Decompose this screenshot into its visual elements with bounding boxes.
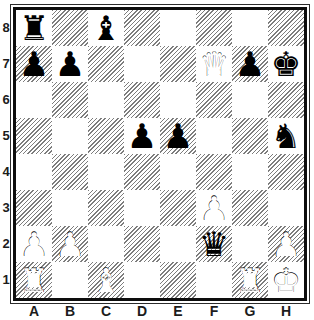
square-d6 xyxy=(124,82,160,118)
square-d5: ♟ xyxy=(124,118,160,154)
white-piece-fill-h2: ♟ xyxy=(271,227,300,262)
square-h5: ♞ xyxy=(268,118,304,154)
white-piece-fill-h1: ♚ xyxy=(271,263,300,298)
square-e2 xyxy=(160,226,196,262)
square-h7: ♚ xyxy=(268,46,304,82)
black-pawn-d5: ♟ xyxy=(127,118,157,154)
file-label-h: H xyxy=(268,303,304,320)
black-rook-a8: ♜ xyxy=(19,10,49,46)
square-d7 xyxy=(124,46,160,82)
square-g3 xyxy=(232,190,268,226)
square-h2: ♟♙ xyxy=(268,226,304,262)
square-f1 xyxy=(196,262,232,298)
square-f8 xyxy=(196,10,232,46)
square-h8 xyxy=(268,10,304,46)
file-label-e: E xyxy=(160,303,196,320)
square-c7 xyxy=(88,46,124,82)
square-a5 xyxy=(16,118,52,154)
square-e5: ♟ xyxy=(160,118,196,154)
square-f4 xyxy=(196,154,232,190)
square-c2 xyxy=(88,226,124,262)
file-label-c: C xyxy=(88,303,124,320)
square-g5 xyxy=(232,118,268,154)
square-b8 xyxy=(52,10,88,46)
square-b6 xyxy=(52,82,88,118)
square-f6 xyxy=(196,82,232,118)
black-pawn-e5: ♟ xyxy=(163,118,193,154)
square-a1: ♜♖ xyxy=(16,262,52,298)
square-b2: ♟♙ xyxy=(52,226,88,262)
square-a7: ♟ xyxy=(16,46,52,82)
file-label-d: D xyxy=(124,303,160,320)
square-g7: ♟ xyxy=(232,46,268,82)
square-f2: ♛ xyxy=(196,226,232,262)
square-h4 xyxy=(268,154,304,190)
square-a2: ♟♙ xyxy=(16,226,52,262)
square-g8 xyxy=(232,10,268,46)
square-e1 xyxy=(160,262,196,298)
square-g4 xyxy=(232,154,268,190)
square-c8: ♝ xyxy=(88,10,124,46)
file-label-a: A xyxy=(16,303,52,320)
file-label-f: F xyxy=(196,303,232,320)
white-piece-fill-a1: ♜ xyxy=(19,263,48,298)
square-c6 xyxy=(88,82,124,118)
square-d1 xyxy=(124,262,160,298)
square-c5 xyxy=(88,118,124,154)
square-b5 xyxy=(52,118,88,154)
file-label-g: G xyxy=(232,303,268,320)
square-e4 xyxy=(160,154,196,190)
white-piece-fill-b2: ♟ xyxy=(55,227,84,262)
white-piece-fill-f3: ♟ xyxy=(199,191,228,226)
white-piece-fill-a2: ♟ xyxy=(19,227,48,262)
square-g2 xyxy=(232,226,268,262)
white-piece-fill-f7: ♛ xyxy=(199,47,228,82)
square-g1: ♜♖ xyxy=(232,262,268,298)
file-label-b: B xyxy=(52,303,88,320)
square-e3 xyxy=(160,190,196,226)
square-a8: ♜ xyxy=(16,10,52,46)
square-d2 xyxy=(124,226,160,262)
square-e8 xyxy=(160,10,196,46)
black-bishop-c8: ♝ xyxy=(91,10,121,46)
file-labels: ABCDEFGH xyxy=(16,303,304,320)
square-a4 xyxy=(16,154,52,190)
square-b4 xyxy=(52,154,88,190)
black-queen-f2: ♛ xyxy=(199,226,229,262)
square-e7 xyxy=(160,46,196,82)
white-piece-fill-g1: ♜ xyxy=(235,263,264,298)
square-f7: ♛♕ xyxy=(196,46,232,82)
square-c4 xyxy=(88,154,124,190)
square-d8 xyxy=(124,10,160,46)
black-king-h7: ♚ xyxy=(271,46,301,82)
square-h6 xyxy=(268,82,304,118)
square-c3 xyxy=(88,190,124,226)
square-h3 xyxy=(268,190,304,226)
black-knight-h5: ♞ xyxy=(271,118,301,154)
square-b1 xyxy=(52,262,88,298)
board-grid: ♜♝♟♟♛♕♟♚♟♟♞♟♙♟♙♟♙♛♟♙♜♖♝♗♜♖♚♔ xyxy=(16,10,304,298)
square-a6 xyxy=(16,82,52,118)
board-inner-border: ♜♝♟♟♛♕♟♚♟♟♞♟♙♟♙♟♙♛♟♙♜♖♝♗♜♖♚♔ xyxy=(13,7,307,301)
square-a3 xyxy=(16,190,52,226)
square-e6 xyxy=(160,82,196,118)
black-pawn-b7: ♟ xyxy=(55,46,85,82)
square-h1: ♚♔ xyxy=(268,262,304,298)
chess-board: ♜♝♟♟♛♕♟♚♟♟♞♟♙♟♙♟♙♛♟♙♜♖♝♗♜♖♚♔ xyxy=(10,4,310,304)
square-d3 xyxy=(124,190,160,226)
square-b7: ♟ xyxy=(52,46,88,82)
square-f3: ♟♙ xyxy=(196,190,232,226)
black-pawn-a7: ♟ xyxy=(19,46,49,82)
square-g6 xyxy=(232,82,268,118)
chess-diagram: 87654321 ♜♝♟♟♛♕♟♚♟♟♞♟♙♟♙♟♙♛♟♙♜♖♝♗♜♖♚♔ AB… xyxy=(0,0,314,320)
square-f5 xyxy=(196,118,232,154)
square-b3 xyxy=(52,190,88,226)
square-c1: ♝♗ xyxy=(88,262,124,298)
square-d4 xyxy=(124,154,160,190)
black-pawn-g7: ♟ xyxy=(235,46,265,82)
white-piece-fill-c1: ♝ xyxy=(91,263,120,298)
